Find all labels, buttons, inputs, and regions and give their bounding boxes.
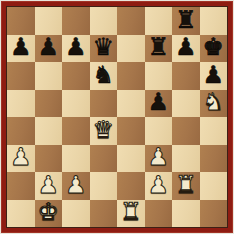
square-c8[interactable] bbox=[62, 7, 90, 35]
square-d1[interactable] bbox=[90, 200, 118, 228]
square-g2[interactable]: ♜ bbox=[172, 172, 200, 200]
square-f4[interactable] bbox=[145, 117, 173, 145]
square-c3[interactable] bbox=[62, 145, 90, 173]
black-pawn-piece: ♟ bbox=[202, 63, 224, 87]
square-d3[interactable] bbox=[90, 145, 118, 173]
square-h7[interactable]: ♚ bbox=[200, 35, 228, 63]
black-knight-piece: ♞ bbox=[92, 63, 114, 87]
black-pawn-piece: ♟ bbox=[147, 90, 169, 114]
square-a2[interactable] bbox=[7, 172, 35, 200]
square-d2[interactable] bbox=[90, 172, 118, 200]
board-frame: ♜♟♟♟♛♜♟♚♞♟♟♞♛♟♟♟♟♟♜♚♜ bbox=[0, 0, 234, 234]
square-f1[interactable] bbox=[145, 200, 173, 228]
square-d8[interactable] bbox=[90, 7, 118, 35]
square-d6[interactable]: ♞ bbox=[90, 62, 118, 90]
white-pawn-piece: ♟ bbox=[147, 145, 169, 169]
white-rook-piece: ♜ bbox=[175, 173, 197, 197]
square-e5[interactable] bbox=[117, 90, 145, 118]
square-e1[interactable]: ♜ bbox=[117, 200, 145, 228]
square-a6[interactable] bbox=[7, 62, 35, 90]
square-d5[interactable] bbox=[90, 90, 118, 118]
square-h4[interactable] bbox=[200, 117, 228, 145]
square-c5[interactable] bbox=[62, 90, 90, 118]
square-b7[interactable]: ♟ bbox=[35, 35, 63, 63]
square-b1[interactable]: ♚ bbox=[35, 200, 63, 228]
square-g7[interactable]: ♟ bbox=[172, 35, 200, 63]
square-h6[interactable]: ♟ bbox=[200, 62, 228, 90]
black-king-piece: ♚ bbox=[202, 35, 224, 59]
square-f6[interactable] bbox=[145, 62, 173, 90]
square-c6[interactable] bbox=[62, 62, 90, 90]
black-rook-piece: ♜ bbox=[147, 35, 169, 59]
white-queen-piece: ♛ bbox=[92, 118, 114, 142]
square-c7[interactable]: ♟ bbox=[62, 35, 90, 63]
white-rook-piece: ♜ bbox=[120, 200, 142, 224]
square-b5[interactable] bbox=[35, 90, 63, 118]
black-pawn-piece: ♟ bbox=[175, 35, 197, 59]
square-f8[interactable] bbox=[145, 7, 173, 35]
square-f5[interactable]: ♟ bbox=[145, 90, 173, 118]
square-b2[interactable]: ♟ bbox=[35, 172, 63, 200]
square-b8[interactable] bbox=[35, 7, 63, 35]
square-g4[interactable] bbox=[172, 117, 200, 145]
square-d4[interactable]: ♛ bbox=[90, 117, 118, 145]
square-f3[interactable]: ♟ bbox=[145, 145, 173, 173]
chess-board: ♜♟♟♟♛♜♟♚♞♟♟♞♛♟♟♟♟♟♜♚♜ bbox=[7, 7, 227, 227]
square-g8[interactable]: ♜ bbox=[172, 7, 200, 35]
square-c4[interactable] bbox=[62, 117, 90, 145]
square-b3[interactable] bbox=[35, 145, 63, 173]
square-a1[interactable] bbox=[7, 200, 35, 228]
square-h2[interactable] bbox=[200, 172, 228, 200]
square-a5[interactable] bbox=[7, 90, 35, 118]
black-pawn-piece: ♟ bbox=[65, 35, 87, 59]
square-d7[interactable]: ♛ bbox=[90, 35, 118, 63]
white-pawn-piece: ♟ bbox=[10, 145, 32, 169]
square-g1[interactable] bbox=[172, 200, 200, 228]
black-queen-piece: ♛ bbox=[92, 35, 114, 59]
black-pawn-piece: ♟ bbox=[10, 35, 32, 59]
white-pawn-piece: ♟ bbox=[65, 173, 87, 197]
square-e8[interactable] bbox=[117, 7, 145, 35]
square-f7[interactable]: ♜ bbox=[145, 35, 173, 63]
square-a4[interactable] bbox=[7, 117, 35, 145]
square-h1[interactable] bbox=[200, 200, 228, 228]
square-b4[interactable] bbox=[35, 117, 63, 145]
square-e4[interactable] bbox=[117, 117, 145, 145]
square-h3[interactable] bbox=[200, 145, 228, 173]
white-knight-piece: ♞ bbox=[202, 90, 224, 114]
square-b6[interactable] bbox=[35, 62, 63, 90]
square-e2[interactable] bbox=[117, 172, 145, 200]
square-g5[interactable] bbox=[172, 90, 200, 118]
square-h8[interactable] bbox=[200, 7, 228, 35]
square-e6[interactable] bbox=[117, 62, 145, 90]
square-e3[interactable] bbox=[117, 145, 145, 173]
black-pawn-piece: ♟ bbox=[37, 35, 59, 59]
square-a7[interactable]: ♟ bbox=[7, 35, 35, 63]
square-f2[interactable]: ♟ bbox=[145, 172, 173, 200]
white-king-piece: ♚ bbox=[37, 200, 59, 224]
square-a3[interactable]: ♟ bbox=[7, 145, 35, 173]
white-pawn-piece: ♟ bbox=[37, 173, 59, 197]
square-c1[interactable] bbox=[62, 200, 90, 228]
square-a8[interactable] bbox=[7, 7, 35, 35]
square-g6[interactable] bbox=[172, 62, 200, 90]
square-c2[interactable]: ♟ bbox=[62, 172, 90, 200]
square-h5[interactable]: ♞ bbox=[200, 90, 228, 118]
black-rook-piece: ♜ bbox=[175, 8, 197, 32]
square-g3[interactable] bbox=[172, 145, 200, 173]
white-pawn-piece: ♟ bbox=[147, 173, 169, 197]
square-e7[interactable] bbox=[117, 35, 145, 63]
